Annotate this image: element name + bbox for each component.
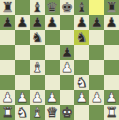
square-f3[interactable]: ♞ — [74, 75, 89, 90]
piece-black-pawn-a7[interactable]: ♟ — [1, 15, 13, 30]
piece-white-bishop-c1[interactable]: ♝ — [31, 105, 43, 120]
square-a1[interactable]: ♜ — [0, 105, 15, 120]
square-h7[interactable]: ♟ — [104, 15, 119, 30]
piece-black-rook-a8[interactable]: ♜ — [1, 0, 13, 15]
square-a2[interactable]: ♟ — [0, 90, 15, 105]
piece-white-pawn-g2[interactable]: ♟ — [91, 90, 103, 105]
square-d6[interactable] — [45, 30, 60, 45]
square-f5[interactable] — [74, 45, 89, 60]
square-b8[interactable] — [15, 0, 30, 15]
square-g8[interactable] — [89, 0, 104, 15]
piece-white-bishop-c4[interactable]: ♝ — [31, 60, 43, 75]
piece-black-king-e8[interactable]: ♚ — [61, 0, 73, 15]
square-d8[interactable]: ♛ — [45, 0, 60, 15]
square-b5[interactable] — [15, 45, 30, 60]
square-f7[interactable]: ♟ — [74, 15, 89, 30]
piece-black-queen-d8[interactable]: ♛ — [46, 0, 58, 15]
piece-white-knight-f3[interactable]: ♞ — [76, 75, 88, 90]
piece-black-pawn-d7[interactable]: ♟ — [46, 15, 58, 30]
square-d5[interactable] — [45, 45, 60, 60]
square-c6[interactable]: ♞ — [30, 30, 45, 45]
square-f8[interactable]: ♝ — [74, 0, 89, 15]
square-h8[interactable]: ♜ — [104, 0, 119, 15]
piece-white-pawn-a2[interactable]: ♟ — [1, 90, 13, 105]
square-g7[interactable]: ♟ — [89, 15, 104, 30]
square-b7[interactable]: ♟ — [15, 15, 30, 30]
square-e1[interactable]: ♚ — [60, 105, 75, 120]
square-e8[interactable]: ♚ — [60, 0, 75, 15]
piece-white-king-e1[interactable]: ♚ — [61, 105, 73, 120]
piece-white-pawn-f2[interactable]: ♟ — [76, 90, 88, 105]
square-d1[interactable]: ♛ — [45, 105, 60, 120]
square-h6[interactable] — [104, 30, 119, 45]
square-g6[interactable] — [89, 30, 104, 45]
square-e4[interactable]: ♟ — [60, 60, 75, 75]
square-f6[interactable]: ♞ — [74, 30, 89, 45]
square-h5[interactable] — [104, 45, 119, 60]
square-a6[interactable] — [0, 30, 15, 45]
square-e3[interactable] — [60, 75, 75, 90]
square-a3[interactable] — [0, 75, 15, 90]
square-d4[interactable] — [45, 60, 60, 75]
piece-white-pawn-b2[interactable]: ♟ — [16, 90, 28, 105]
piece-black-rook-h8[interactable]: ♜ — [106, 0, 118, 15]
square-e5[interactable]: ♟ — [60, 45, 75, 60]
square-a8[interactable]: ♜ — [0, 0, 15, 15]
square-f2[interactable]: ♟ — [74, 90, 89, 105]
square-b4[interactable] — [15, 60, 30, 75]
piece-white-knight-b1[interactable]: ♞ — [16, 105, 28, 120]
square-a4[interactable] — [0, 60, 15, 75]
square-g1[interactable] — [89, 105, 104, 120]
piece-black-pawn-f7[interactable]: ♟ — [76, 15, 88, 30]
chess-board: ♜♝♛♚♝♜♟♟♟♟♟♟♟♞♞♟♝♟♞♟♟♟♟♟♟♟♜♞♝♛♚♜ — [0, 0, 119, 120]
square-e7[interactable] — [60, 15, 75, 30]
square-h3[interactable] — [104, 75, 119, 90]
square-d7[interactable]: ♟ — [45, 15, 60, 30]
square-b6[interactable] — [15, 30, 30, 45]
square-a7[interactable]: ♟ — [0, 15, 15, 30]
square-c7[interactable]: ♟ — [30, 15, 45, 30]
piece-white-pawn-c2[interactable]: ♟ — [31, 90, 43, 105]
piece-black-bishop-c8[interactable]: ♝ — [31, 0, 43, 15]
piece-black-knight-f6[interactable]: ♞ — [76, 30, 88, 45]
square-f4[interactable] — [74, 60, 89, 75]
square-c5[interactable] — [30, 45, 45, 60]
square-g2[interactable]: ♟ — [89, 90, 104, 105]
piece-white-rook-h1[interactable]: ♜ — [106, 105, 118, 120]
square-h1[interactable]: ♜ — [104, 105, 119, 120]
piece-white-queen-d1[interactable]: ♛ — [46, 105, 58, 120]
square-b2[interactable]: ♟ — [15, 90, 30, 105]
square-g3[interactable] — [89, 75, 104, 90]
square-d3[interactable] — [45, 75, 60, 90]
piece-black-pawn-e5[interactable]: ♟ — [61, 45, 73, 60]
square-g4[interactable] — [89, 60, 104, 75]
square-h4[interactable] — [104, 60, 119, 75]
piece-black-pawn-g7[interactable]: ♟ — [91, 15, 103, 30]
square-e6[interactable] — [60, 30, 75, 45]
square-f1[interactable] — [74, 105, 89, 120]
square-b3[interactable] — [15, 75, 30, 90]
square-c8[interactable]: ♝ — [30, 0, 45, 15]
square-h2[interactable]: ♟ — [104, 90, 119, 105]
piece-black-pawn-b7[interactable]: ♟ — [16, 15, 28, 30]
square-g5[interactable] — [89, 45, 104, 60]
piece-white-pawn-e4[interactable]: ♟ — [61, 60, 73, 75]
square-a5[interactable] — [0, 45, 15, 60]
square-c1[interactable]: ♝ — [30, 105, 45, 120]
piece-white-rook-a1[interactable]: ♜ — [1, 105, 13, 120]
piece-black-knight-c6[interactable]: ♞ — [31, 30, 43, 45]
square-e2[interactable] — [60, 90, 75, 105]
piece-black-pawn-c7[interactable]: ♟ — [31, 15, 43, 30]
piece-white-pawn-h2[interactable]: ♟ — [106, 90, 118, 105]
square-c2[interactable]: ♟ — [30, 90, 45, 105]
piece-white-pawn-d2[interactable]: ♟ — [46, 90, 58, 105]
piece-black-pawn-h7[interactable]: ♟ — [106, 15, 118, 30]
square-d2[interactable]: ♟ — [45, 90, 60, 105]
square-c3[interactable] — [30, 75, 45, 90]
square-c4[interactable]: ♝ — [30, 60, 45, 75]
square-b1[interactable]: ♞ — [15, 105, 30, 120]
piece-black-bishop-f8[interactable]: ♝ — [76, 0, 88, 15]
